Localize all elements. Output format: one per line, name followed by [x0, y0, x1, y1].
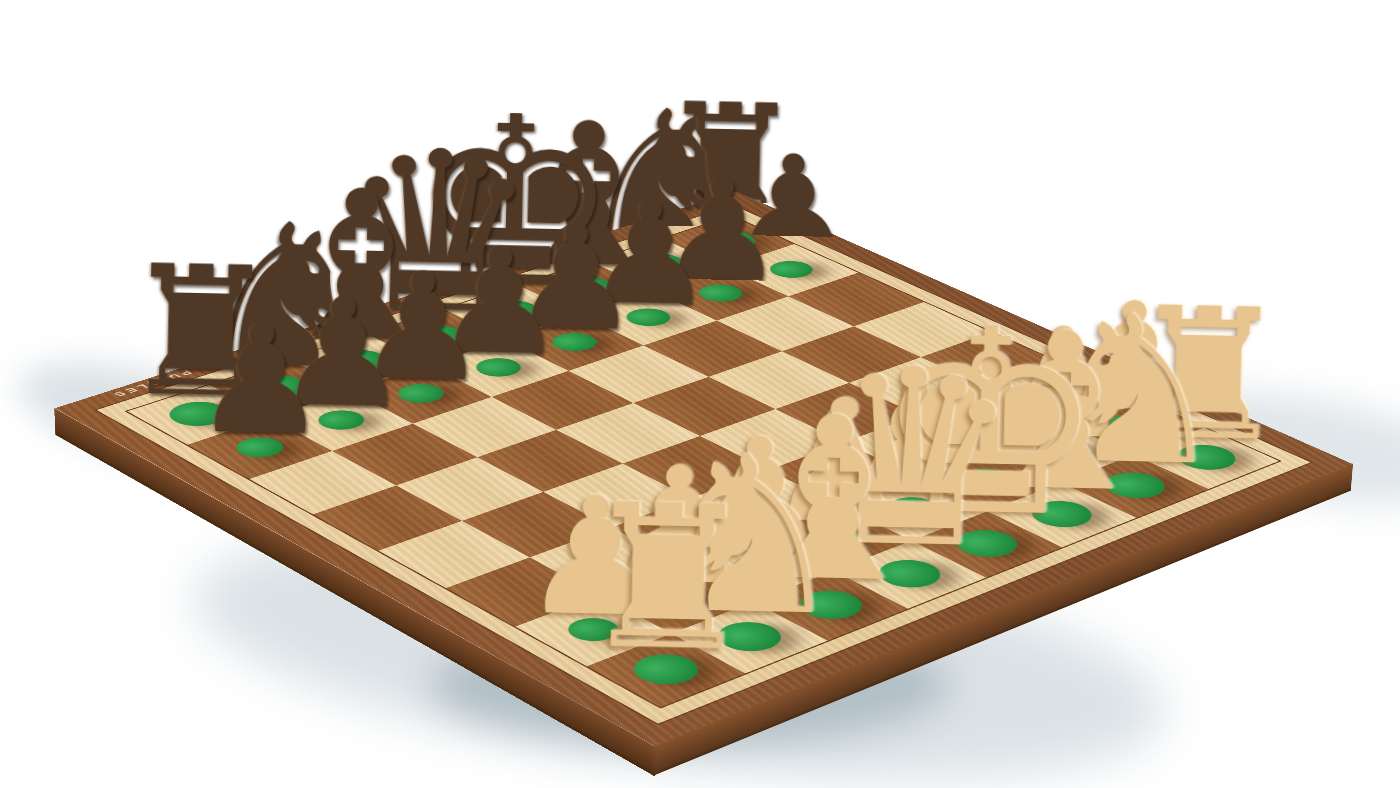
- black-pawn-a7[interactable]: ♟: [139, 111, 388, 449]
- chess-board: PUZZLES ♜♞♟♝♟♚♟♛♟♝♟♞♟♟♜♟♟♜♟♟♞♟♝♟♚♟♛♟♝♟♞♜: [55, 191, 1353, 746]
- photo-stage: PUZZLES ♜♞♟♝♟♚♟♛♟♝♟♞♟♟♜♟♟♜♟♟♞♟♝♟♚♟♛♟♝♟♞♜: [0, 0, 1400, 788]
- square-a6[interactable]: [249, 451, 396, 514]
- white-rook-a1[interactable]: ♜: [534, 303, 806, 672]
- square-a5[interactable]: [313, 485, 462, 550]
